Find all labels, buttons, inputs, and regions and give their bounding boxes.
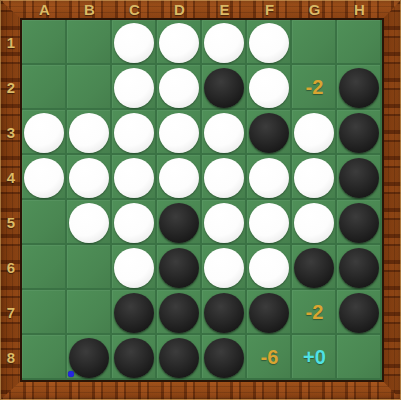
black-disc [339,113,379,153]
cell-E1[interactable] [202,20,247,65]
cell-G8[interactable]: +0 [292,335,337,380]
black-disc [339,68,379,108]
cell-H2[interactable] [337,65,382,110]
cell-D4[interactable] [157,155,202,200]
cell-H1[interactable] [337,20,382,65]
cell-G5[interactable] [292,200,337,245]
cell-G4[interactable] [292,155,337,200]
cell-A2[interactable] [22,65,67,110]
column-label-H: H [337,1,382,19]
cell-B8[interactable] [67,335,112,380]
white-disc [294,113,334,153]
white-disc [294,158,334,198]
white-disc [159,23,199,63]
cell-G1[interactable] [292,20,337,65]
cell-B2[interactable] [67,65,112,110]
black-disc [339,293,379,333]
cell-H5[interactable] [337,200,382,245]
black-disc [204,338,244,378]
frame-bottom [0,380,401,400]
black-disc [159,293,199,333]
white-disc [69,113,109,153]
column-label-C: C [112,1,157,19]
white-disc [249,203,289,243]
white-disc [159,158,199,198]
cell-F1[interactable] [247,20,292,65]
white-disc [249,68,289,108]
row-label-8: 8 [0,335,22,380]
cell-A1[interactable] [22,20,67,65]
black-disc [339,248,379,288]
black-disc [114,293,154,333]
white-disc [24,113,64,153]
cell-F5[interactable] [247,200,292,245]
white-disc [204,203,244,243]
cell-B1[interactable] [67,20,112,65]
cell-D1[interactable] [157,20,202,65]
white-disc [204,23,244,63]
last-move-marker [68,371,74,377]
cell-C4[interactable] [112,155,157,200]
cell-C3[interactable] [112,110,157,155]
cell-F7[interactable] [247,290,292,335]
column-label-F: F [247,1,292,19]
cell-D3[interactable] [157,110,202,155]
cell-C1[interactable] [112,20,157,65]
cell-F4[interactable] [247,155,292,200]
cell-H8[interactable] [337,335,382,380]
board-grid: -2-2-6+0 [22,20,382,380]
row-label-3: 3 [0,110,22,155]
cell-A7[interactable] [22,290,67,335]
cell-C7[interactable] [112,290,157,335]
black-disc [159,203,199,243]
cell-H3[interactable] [337,110,382,155]
cell-D7[interactable] [157,290,202,335]
frame-right [382,0,401,400]
black-disc [204,293,244,333]
cell-A8[interactable] [22,335,67,380]
cell-G6[interactable] [292,245,337,290]
evaluation-G8: +0 [292,335,337,380]
row-label-5: 5 [0,200,22,245]
black-disc [339,158,379,198]
white-disc [114,68,154,108]
cell-B7[interactable] [67,290,112,335]
white-disc [69,158,109,198]
cell-E4[interactable] [202,155,247,200]
cell-H6[interactable] [337,245,382,290]
row-label-1: 1 [0,20,22,65]
cell-G3[interactable] [292,110,337,155]
cell-D8[interactable] [157,335,202,380]
cell-E2[interactable] [202,65,247,110]
row-label-4: 4 [0,155,22,200]
cell-H7[interactable] [337,290,382,335]
row-label-6: 6 [0,245,22,290]
white-disc [204,248,244,288]
cell-A6[interactable] [22,245,67,290]
black-disc [69,338,109,378]
cell-H4[interactable] [337,155,382,200]
black-disc [249,293,289,333]
white-disc [249,248,289,288]
column-label-D: D [157,1,202,19]
column-label-E: E [202,1,247,19]
white-disc [159,68,199,108]
cell-E6[interactable] [202,245,247,290]
white-disc [294,203,334,243]
evaluation-G7: -2 [292,290,337,335]
white-disc [204,113,244,153]
cell-G2[interactable]: -2 [292,65,337,110]
column-label-B: B [67,1,112,19]
cell-B6[interactable] [67,245,112,290]
cell-G7[interactable]: -2 [292,290,337,335]
white-disc [159,113,199,153]
cell-C5[interactable] [112,200,157,245]
cell-C6[interactable] [112,245,157,290]
white-disc [114,23,154,63]
row-label-7: 7 [0,290,22,335]
white-disc [249,158,289,198]
cell-E8[interactable] [202,335,247,380]
white-disc [204,158,244,198]
black-disc [114,338,154,378]
cell-D2[interactable] [157,65,202,110]
cell-B5[interactable] [67,200,112,245]
white-disc [114,113,154,153]
white-disc [24,158,64,198]
black-disc [249,113,289,153]
cell-F3[interactable] [247,110,292,155]
cell-E5[interactable] [202,200,247,245]
white-disc [114,248,154,288]
cell-F6[interactable] [247,245,292,290]
white-disc [69,203,109,243]
cell-B3[interactable] [67,110,112,155]
cell-F2[interactable] [247,65,292,110]
evaluation-F8: -6 [247,335,292,380]
black-disc [294,248,334,288]
cell-A3[interactable] [22,110,67,155]
black-disc [204,68,244,108]
cell-C2[interactable] [112,65,157,110]
black-disc [159,338,199,378]
white-disc [249,23,289,63]
black-disc [339,203,379,243]
cell-E7[interactable] [202,290,247,335]
cell-D6[interactable] [157,245,202,290]
cell-A4[interactable] [22,155,67,200]
evaluation-G2: -2 [292,65,337,110]
cell-B4[interactable] [67,155,112,200]
white-disc [114,203,154,243]
row-label-2: 2 [0,65,22,110]
column-label-G: G [292,1,337,19]
cell-E3[interactable] [202,110,247,155]
cell-F8[interactable]: -6 [247,335,292,380]
othello-app-window: ABCDEFGH 12345678 -2-2-6+0 [0,0,401,400]
cell-C8[interactable] [112,335,157,380]
white-disc [114,158,154,198]
cell-A5[interactable] [22,200,67,245]
column-label-A: A [22,1,67,19]
black-disc [159,248,199,288]
cell-D5[interactable] [157,200,202,245]
